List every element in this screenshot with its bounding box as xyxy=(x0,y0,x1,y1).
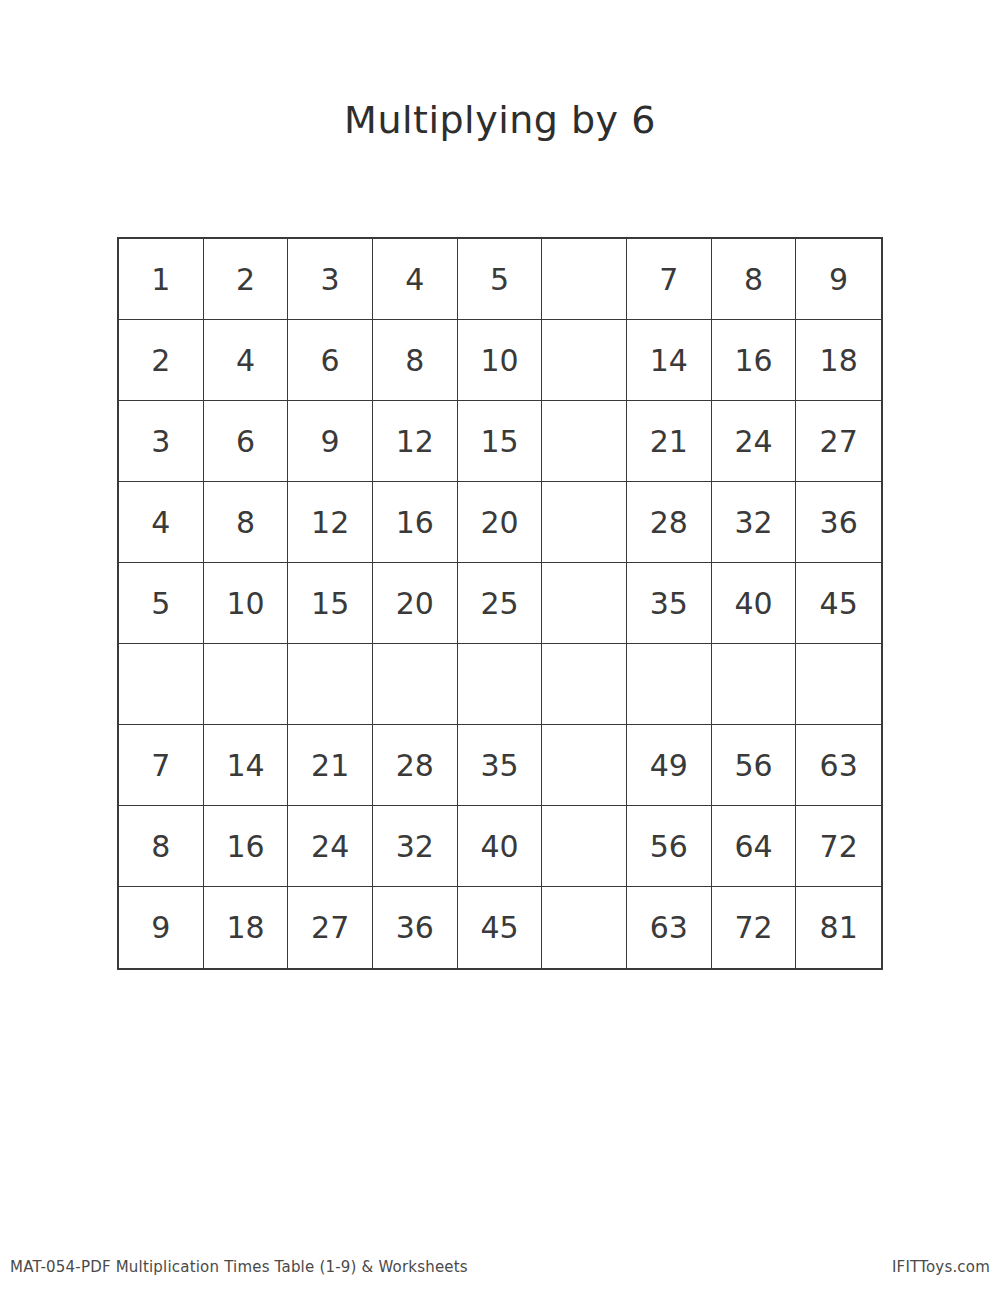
answer-cell-r6c6[interactable] xyxy=(542,644,627,725)
answer-cell-r2c6[interactable] xyxy=(542,320,627,401)
answer-cell-r1c6[interactable] xyxy=(542,239,627,320)
grid-cell-r1c8: 8 xyxy=(712,239,797,320)
answer-cell-r6c1[interactable] xyxy=(119,644,204,725)
grid-cell-r2c4: 8 xyxy=(373,320,458,401)
answer-cell-r6c5[interactable] xyxy=(458,644,543,725)
grid-cell-r8c7: 56 xyxy=(627,806,712,887)
grid-cell-r4c3: 12 xyxy=(288,482,373,563)
grid-cell-r9c9: 81 xyxy=(796,887,881,968)
grid-cell-r5c3: 15 xyxy=(288,563,373,644)
answer-cell-r6c7[interactable] xyxy=(627,644,712,725)
grid-cell-r8c4: 32 xyxy=(373,806,458,887)
answer-cell-r6c9[interactable] xyxy=(796,644,881,725)
grid-cell-r9c8: 72 xyxy=(712,887,797,968)
grid-cell-r5c9: 45 xyxy=(796,563,881,644)
grid-cell-r8c9: 72 xyxy=(796,806,881,887)
grid-cell-r2c8: 16 xyxy=(712,320,797,401)
grid-cell-r2c9: 18 xyxy=(796,320,881,401)
grid-cell-r3c5: 15 xyxy=(458,401,543,482)
page-title: Multiplying by 6 xyxy=(0,98,1000,142)
grid-cell-r2c2: 4 xyxy=(204,320,289,401)
grid-cell-r8c5: 40 xyxy=(458,806,543,887)
grid-cell-r5c7: 35 xyxy=(627,563,712,644)
grid-cell-r1c7: 7 xyxy=(627,239,712,320)
grid-cell-r7c2: 14 xyxy=(204,725,289,806)
grid-cell-r1c3: 3 xyxy=(288,239,373,320)
grid-cell-r8c8: 64 xyxy=(712,806,797,887)
answer-cell-r6c2[interactable] xyxy=(204,644,289,725)
grid-cell-r9c1: 9 xyxy=(119,887,204,968)
grid-cell-r3c3: 9 xyxy=(288,401,373,482)
grid-cell-r7c7: 49 xyxy=(627,725,712,806)
grid-cell-r5c1: 5 xyxy=(119,563,204,644)
grid-cell-r5c2: 10 xyxy=(204,563,289,644)
answer-cell-r9c6[interactable] xyxy=(542,887,627,968)
answer-cell-r8c6[interactable] xyxy=(542,806,627,887)
grid-cell-r2c7: 14 xyxy=(627,320,712,401)
grid-cell-r5c5: 25 xyxy=(458,563,543,644)
grid-cell-r1c2: 2 xyxy=(204,239,289,320)
answer-cell-r6c4[interactable] xyxy=(373,644,458,725)
answer-cell-r4c6[interactable] xyxy=(542,482,627,563)
grid-cell-r7c8: 56 xyxy=(712,725,797,806)
answer-cell-r3c6[interactable] xyxy=(542,401,627,482)
grid-cell-r3c9: 27 xyxy=(796,401,881,482)
grid-cell-r9c2: 18 xyxy=(204,887,289,968)
answer-cell-r7c6[interactable] xyxy=(542,725,627,806)
grid-cell-r7c5: 35 xyxy=(458,725,543,806)
grid-cell-r4c9: 36 xyxy=(796,482,881,563)
footer: MAT-054-PDF Multiplication Times Table (… xyxy=(0,1258,1000,1282)
grid-cell-r7c3: 21 xyxy=(288,725,373,806)
footer-document-code: MAT-054-PDF Multiplication Times Table (… xyxy=(10,1258,468,1276)
grid-cell-r4c2: 8 xyxy=(204,482,289,563)
grid-cell-r8c1: 8 xyxy=(119,806,204,887)
grid-cell-r5c8: 40 xyxy=(712,563,797,644)
grid-cell-r1c1: 1 xyxy=(119,239,204,320)
grid-cell-r9c3: 27 xyxy=(288,887,373,968)
grid-cell-r3c4: 12 xyxy=(373,401,458,482)
grid-cell-r8c3: 24 xyxy=(288,806,373,887)
grid-cell-r1c4: 4 xyxy=(373,239,458,320)
grid-cell-r8c2: 16 xyxy=(204,806,289,887)
grid-cell-r3c1: 3 xyxy=(119,401,204,482)
grid-cell-r9c4: 36 xyxy=(373,887,458,968)
grid-cell-r2c3: 6 xyxy=(288,320,373,401)
grid-cell-r7c4: 28 xyxy=(373,725,458,806)
grid-cell-r3c7: 21 xyxy=(627,401,712,482)
grid-cell-r5c4: 20 xyxy=(373,563,458,644)
footer-site-name: IFITToys.com xyxy=(892,1258,990,1276)
grid-cell-r4c1: 4 xyxy=(119,482,204,563)
grid-cell-r9c5: 45 xyxy=(458,887,543,968)
grid-cell-r3c2: 6 xyxy=(204,401,289,482)
answer-cell-r6c8[interactable] xyxy=(712,644,797,725)
grid-cell-r2c1: 2 xyxy=(119,320,204,401)
answer-cell-r5c6[interactable] xyxy=(542,563,627,644)
grid-cell-r4c8: 32 xyxy=(712,482,797,563)
grid-cell-r1c5: 5 xyxy=(458,239,543,320)
grid-cell-r7c9: 63 xyxy=(796,725,881,806)
grid-cell-r2c5: 10 xyxy=(458,320,543,401)
grid-cell-r9c7: 63 xyxy=(627,887,712,968)
grid-cell-r4c4: 16 xyxy=(373,482,458,563)
grid-cell-r1c9: 9 xyxy=(796,239,881,320)
grid-cell-r7c1: 7 xyxy=(119,725,204,806)
grid-cell-r3c8: 24 xyxy=(712,401,797,482)
grid-cell-r4c7: 28 xyxy=(627,482,712,563)
answer-cell-r6c3[interactable] xyxy=(288,644,373,725)
grid-cell-r4c5: 20 xyxy=(458,482,543,563)
multiplication-grid: 1234578924681014161836912152124274812162… xyxy=(117,237,883,970)
